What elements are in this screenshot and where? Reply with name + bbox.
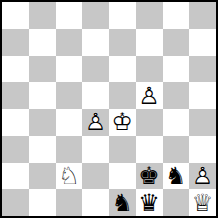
square-h2[interactable]: ♟♙ (189, 163, 216, 190)
white-king[interactable]: ♚♔ (112, 110, 134, 134)
square-c5[interactable] (56, 82, 83, 109)
square-d8[interactable] (82, 2, 109, 29)
square-b6[interactable] (29, 56, 56, 83)
square-a2[interactable] (2, 163, 29, 190)
square-e6[interactable] (109, 56, 136, 83)
square-d3[interactable] (82, 136, 109, 163)
square-a5[interactable] (2, 82, 29, 109)
piece-outline: ♙ (85, 109, 107, 136)
square-e4[interactable]: ♚♔ (109, 109, 136, 136)
square-a8[interactable] (2, 2, 29, 29)
square-g2[interactable]: ♞ (163, 163, 190, 190)
square-g8[interactable] (163, 2, 190, 29)
square-c2[interactable]: ♞♘ (56, 163, 83, 190)
square-c6[interactable] (56, 56, 83, 83)
piece-outline: ♔ (112, 109, 134, 136)
square-e1[interactable]: ♞ (109, 189, 136, 216)
square-c8[interactable] (56, 2, 83, 29)
square-e5[interactable] (109, 82, 136, 109)
square-a1[interactable] (2, 189, 29, 216)
piece-outline: ♕ (192, 189, 214, 216)
white-pawn[interactable]: ♟♙ (192, 164, 214, 188)
square-b8[interactable] (29, 2, 56, 29)
square-a3[interactable] (2, 136, 29, 163)
square-g3[interactable] (163, 136, 190, 163)
square-d7[interactable] (82, 29, 109, 56)
square-g1[interactable] (163, 189, 190, 216)
black-king[interactable]: ♚ (138, 164, 160, 188)
square-c7[interactable] (56, 29, 83, 56)
square-b7[interactable] (29, 29, 56, 56)
square-f3[interactable] (136, 136, 163, 163)
square-d6[interactable] (82, 56, 109, 83)
square-b5[interactable] (29, 82, 56, 109)
square-b4[interactable] (29, 109, 56, 136)
square-f7[interactable] (136, 29, 163, 56)
square-g7[interactable] (163, 29, 190, 56)
square-f1[interactable]: ♛ (136, 189, 163, 216)
black-queen[interactable]: ♛ (138, 191, 160, 215)
square-h3[interactable] (189, 136, 216, 163)
black-knight[interactable]: ♞ (112, 191, 134, 215)
square-f4[interactable] (136, 109, 163, 136)
square-b1[interactable] (29, 189, 56, 216)
piece-outline: ♙ (192, 163, 214, 190)
square-h7[interactable] (189, 29, 216, 56)
square-b3[interactable] (29, 136, 56, 163)
square-h5[interactable] (189, 82, 216, 109)
square-d1[interactable] (82, 189, 109, 216)
white-pawn[interactable]: ♟♙ (138, 84, 160, 108)
white-pawn[interactable]: ♟♙ (85, 110, 107, 134)
square-a6[interactable] (2, 56, 29, 83)
square-h4[interactable] (189, 109, 216, 136)
piece-outline: ♘ (58, 163, 80, 190)
square-d2[interactable] (82, 163, 109, 190)
square-c3[interactable] (56, 136, 83, 163)
square-e8[interactable] (109, 2, 136, 29)
square-c1[interactable] (56, 189, 83, 216)
square-g4[interactable] (163, 109, 190, 136)
square-d5[interactable] (82, 82, 109, 109)
piece-outline: ♙ (138, 82, 160, 109)
square-d4[interactable]: ♟♙ (82, 109, 109, 136)
square-e2[interactable] (109, 163, 136, 190)
white-queen[interactable]: ♛♕ (192, 191, 214, 215)
square-e7[interactable] (109, 29, 136, 56)
square-f2[interactable]: ♚ (136, 163, 163, 190)
square-g5[interactable] (163, 82, 190, 109)
chess-board-frame: ♟♙♟♙♚♔♞♘♚♞♟♙♞♛♛♕ (0, 0, 218, 218)
square-f5[interactable]: ♟♙ (136, 82, 163, 109)
white-knight[interactable]: ♞♘ (58, 164, 80, 188)
square-f6[interactable] (136, 56, 163, 83)
square-h6[interactable] (189, 56, 216, 83)
black-knight[interactable]: ♞ (165, 164, 187, 188)
square-b2[interactable] (29, 163, 56, 190)
square-e3[interactable] (109, 136, 136, 163)
chess-board: ♟♙♟♙♚♔♞♘♚♞♟♙♞♛♛♕ (2, 2, 216, 216)
square-h8[interactable] (189, 2, 216, 29)
square-g6[interactable] (163, 56, 190, 83)
square-f8[interactable] (136, 2, 163, 29)
square-c4[interactable] (56, 109, 83, 136)
square-h1[interactable]: ♛♕ (189, 189, 216, 216)
square-a7[interactable] (2, 29, 29, 56)
square-a4[interactable] (2, 109, 29, 136)
